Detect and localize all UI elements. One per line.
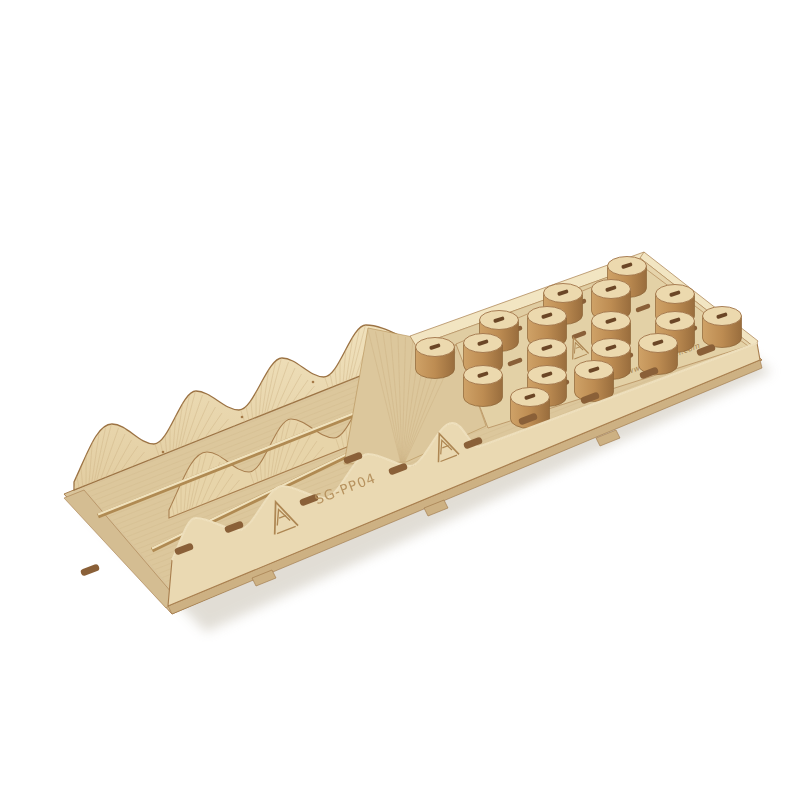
peg xyxy=(639,334,678,375)
peg xyxy=(703,307,742,348)
product-photo-wooden-token-tray: www.cjlmodel.com SG-PP04 xyxy=(0,0,800,800)
peg xyxy=(416,338,455,379)
peg xyxy=(464,366,503,407)
